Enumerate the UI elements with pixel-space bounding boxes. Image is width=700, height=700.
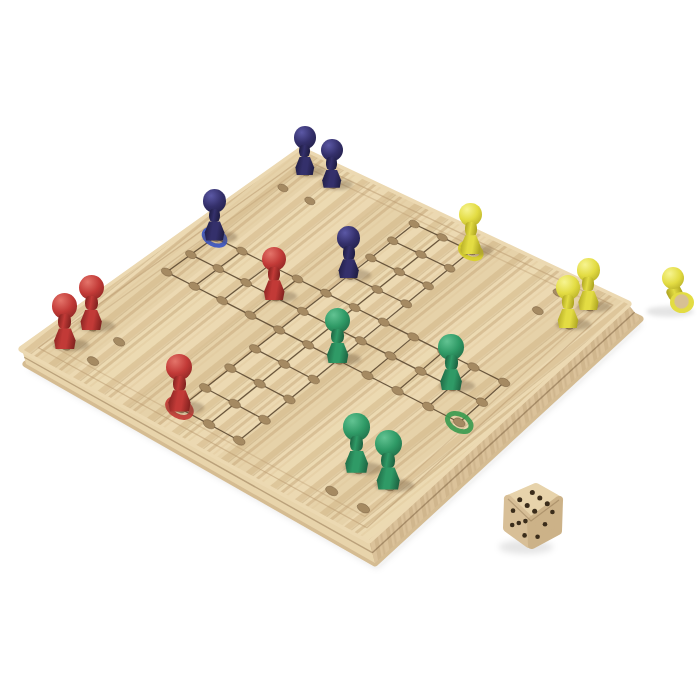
peg-blue-home-2[interactable] — [319, 139, 344, 188]
peg-blue-track-1[interactable] — [202, 189, 228, 241]
peg-base — [326, 343, 349, 363]
peg-red-track-1[interactable] — [261, 247, 288, 300]
peg-green-home-1[interactable] — [342, 413, 372, 472]
peg-waist — [58, 314, 71, 329]
peg-base — [168, 390, 192, 411]
peg-waist — [350, 436, 364, 451]
peg-waist — [299, 145, 310, 158]
peg-blue-home-1[interactable] — [293, 126, 317, 175]
pieces-layer — [0, 0, 700, 700]
peg-waist — [465, 222, 477, 235]
peg-base — [263, 280, 285, 300]
peg-red-home-2[interactable] — [51, 293, 79, 349]
peg-green-home-2[interactable] — [373, 430, 403, 490]
peg-waist — [445, 355, 458, 370]
peg-waist — [268, 267, 280, 281]
peg-base — [557, 309, 579, 329]
peg-green-track-1[interactable] — [324, 308, 352, 363]
peg-red-track-2[interactable] — [165, 354, 194, 412]
peg-waist — [85, 296, 98, 310]
peg-yellow-tipped[interactable] — [640, 262, 700, 322]
product-photo-scene — [0, 0, 700, 700]
peg-red-home-1[interactable] — [77, 275, 105, 330]
peg-waist — [331, 329, 344, 343]
peg-yellow-home-2[interactable] — [555, 275, 582, 328]
peg-base — [338, 259, 359, 278]
peg-green-track-2[interactable] — [437, 334, 465, 390]
peg-base — [440, 369, 463, 390]
peg-waist — [343, 246, 355, 260]
peg-yellow-track-1[interactable] — [458, 203, 484, 254]
peg-waist — [582, 277, 594, 291]
peg-waist — [381, 453, 395, 469]
peg-blue-track-2[interactable] — [336, 226, 362, 278]
peg-base — [344, 451, 368, 473]
peg-waist — [173, 376, 186, 391]
peg-base — [204, 221, 225, 240]
peg-waist — [209, 209, 221, 222]
peg-base — [80, 310, 103, 330]
peg-base — [376, 467, 401, 489]
peg-base — [295, 157, 315, 175]
peg-base — [53, 328, 76, 349]
peg-base — [460, 235, 481, 254]
peg-waist — [562, 295, 574, 309]
peg-waist — [326, 157, 337, 170]
peg-base — [322, 170, 342, 188]
peg-base-underside — [670, 292, 694, 313]
peg-head — [662, 267, 684, 289]
